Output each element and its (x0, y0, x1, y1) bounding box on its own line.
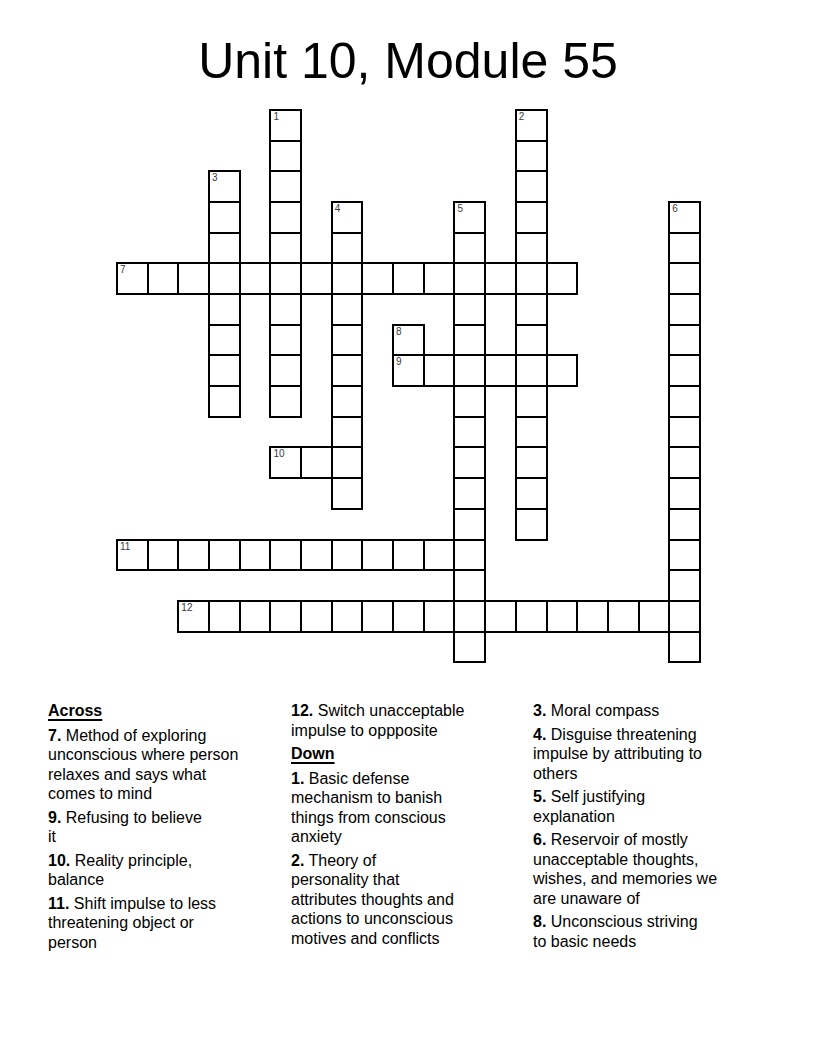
grid-cell[interactable] (423, 600, 456, 633)
grid-cell[interactable] (453, 385, 486, 418)
page-title: Unit 10, Module 55 (0, 34, 816, 89)
grid-cell[interactable] (361, 600, 394, 633)
grid-cell[interactable] (515, 477, 548, 510)
grid-cell[interactable] (331, 477, 364, 510)
grid-cell[interactable] (515, 354, 548, 387)
grid-cell[interactable] (331, 600, 364, 633)
clue-text: Disguise threatening impulse by attribut… (533, 726, 702, 782)
cell-number: 1 (273, 111, 279, 122)
grid-cell[interactable] (208, 262, 241, 295)
grid-cell[interactable] (361, 539, 394, 572)
clue-text: Unconscious striving to basic needs (533, 913, 698, 950)
grid-cell[interactable] (668, 232, 701, 265)
grid-cell[interactable] (208, 324, 241, 357)
grid-cell[interactable]: 2 (515, 109, 548, 142)
grid-cell[interactable] (208, 600, 241, 633)
grid-cell[interactable] (453, 477, 486, 510)
grid-cell[interactable] (331, 293, 364, 326)
grid-cell[interactable] (300, 262, 333, 295)
grid-cell[interactable] (515, 201, 548, 234)
clue-number: 1. (291, 770, 304, 787)
grid-cell[interactable] (453, 539, 486, 572)
grid-cell[interactable] (208, 539, 241, 572)
grid-cell[interactable]: 8 (392, 324, 425, 357)
cell-number: 3 (212, 172, 218, 183)
grid-cell[interactable] (668, 293, 701, 326)
grid-cell[interactable] (484, 600, 517, 633)
grid-cell[interactable] (300, 446, 333, 479)
grid-cell[interactable] (453, 569, 486, 602)
grid-cell[interactable] (546, 262, 579, 295)
grid-cell[interactable] (208, 354, 241, 387)
clue-across-9: 9. Refusing to believe it (48, 808, 290, 847)
grid-cell[interactable] (515, 232, 548, 265)
grid-cell[interactable] (269, 385, 302, 418)
grid-cell[interactable]: 11 (116, 539, 149, 572)
clue-number: 4. (533, 726, 546, 743)
grid-cell[interactable] (147, 262, 180, 295)
clue-number: 12. (291, 702, 313, 719)
grid-cell[interactable] (453, 416, 486, 449)
clue-number: 6. (533, 831, 546, 848)
clue-text: Basic defense mechanism to banish things… (291, 770, 446, 846)
cell-number: 6 (672, 203, 678, 214)
across-heading: Across (48, 701, 290, 721)
clues-column-3: 3. Moral compass4. Disguise threatening … (533, 701, 785, 955)
grid-cell[interactable] (423, 539, 456, 572)
grid-cell[interactable] (668, 324, 701, 357)
grid-cell[interactable] (300, 600, 333, 633)
grid-cell[interactable] (515, 446, 548, 479)
clue-text: Theory of personality that attributes th… (291, 852, 454, 947)
clues-column-2: 12. Switch unacceptable impulse to opppo… (291, 701, 527, 952)
grid-cell[interactable] (269, 201, 302, 234)
grid-cell[interactable] (515, 293, 548, 326)
grid-cell[interactable] (208, 232, 241, 265)
grid-cell[interactable]: 9 (392, 354, 425, 387)
grid-cell[interactable] (392, 539, 425, 572)
clue-across-11: 11. Shift impulse to less threatening ob… (48, 894, 290, 953)
clue-text: Switch unacceptable impulse to oppposite (291, 702, 464, 739)
clue-down-4: 4. Disguise threatening impulse by attri… (533, 725, 785, 784)
grid-cell[interactable] (668, 416, 701, 449)
grid-cell[interactable] (269, 170, 302, 203)
grid-cell[interactable]: 7 (116, 262, 149, 295)
worksheet-page: Unit 10, Module 55 123456789101112 Acros… (0, 0, 816, 1056)
grid-cell[interactable] (576, 600, 609, 633)
grid-cell[interactable] (177, 539, 210, 572)
grid-cell[interactable]: 3 (208, 170, 241, 203)
clue-number: 5. (533, 788, 546, 805)
grid-cell[interactable]: 6 (668, 201, 701, 234)
clue-text: Shift impulse to less threatening object… (48, 895, 216, 951)
grid-cell[interactable] (668, 539, 701, 572)
grid-cell[interactable] (331, 354, 364, 387)
grid-cell[interactable] (546, 600, 579, 633)
clue-across-7: 7. Method of exploring unconscious where… (48, 726, 290, 804)
grid-cell[interactable] (147, 539, 180, 572)
grid-cell[interactable] (453, 446, 486, 479)
grid-cell[interactable] (208, 385, 241, 418)
clue-text: Refusing to believe it (48, 809, 202, 846)
grid-cell[interactable] (546, 354, 579, 387)
grid-cell[interactable]: 4 (331, 201, 364, 234)
grid-cell[interactable] (269, 140, 302, 173)
grid-cell[interactable] (269, 539, 302, 572)
grid-cell[interactable] (331, 324, 364, 357)
clue-text: Reality principle, balance (48, 852, 192, 889)
clue-number: 3. (533, 702, 546, 719)
clue-number: 11. (48, 895, 69, 912)
grid-cell[interactable] (300, 539, 333, 572)
grid-cell[interactable] (331, 262, 364, 295)
grid-cell[interactable] (453, 232, 486, 265)
clue-down-1: 1. Basic defense mechanism to banish thi… (291, 769, 527, 847)
clue-number: 9. (48, 809, 61, 826)
grid-cell[interactable] (269, 293, 302, 326)
clue-number: 7. (48, 727, 61, 744)
cell-number: 9 (396, 356, 402, 367)
grid-cell[interactable] (361, 262, 394, 295)
grid-cell[interactable] (239, 262, 272, 295)
grid-cell[interactable] (392, 262, 425, 295)
grid-cell[interactable] (208, 293, 241, 326)
grid-cell[interactable] (515, 508, 548, 541)
grid-cell[interactable]: 5 (453, 201, 486, 234)
clue-down-6: 6. Reservoir of mostly unacceptable thou… (533, 830, 785, 908)
grid-cell[interactable] (638, 600, 671, 633)
grid-cell[interactable] (668, 569, 701, 602)
grid-cell[interactable] (423, 354, 456, 387)
cell-number: 2 (519, 111, 525, 122)
grid-cell[interactable] (607, 600, 640, 633)
clue-down-3: 3. Moral compass (533, 701, 785, 721)
grid-cell[interactable] (453, 508, 486, 541)
grid-cell[interactable] (668, 600, 701, 633)
cell-number: 8 (396, 326, 402, 337)
clue-text: Moral compass (551, 702, 659, 719)
grid-cell[interactable] (269, 324, 302, 357)
clue-text: Reservoir of mostly unacceptable thought… (533, 831, 717, 907)
cell-number: 11 (120, 541, 130, 552)
clue-number: 8. (533, 913, 546, 930)
grid-cell[interactable]: 1 (269, 109, 302, 142)
cell-number: 12 (181, 602, 192, 613)
grid-cell[interactable] (331, 232, 364, 265)
grid-cell[interactable] (453, 262, 486, 295)
grid-cell[interactable] (515, 416, 548, 449)
grid-cell[interactable] (331, 539, 364, 572)
grid-cell[interactable] (423, 262, 456, 295)
grid-cell[interactable] (515, 140, 548, 173)
grid-cell[interactable] (453, 293, 486, 326)
grid-cell[interactable] (515, 170, 548, 203)
grid-cell[interactable] (269, 232, 302, 265)
grid-cell[interactable] (668, 631, 701, 664)
grid-cell[interactable]: 12 (177, 600, 210, 633)
clue-number: 10. (48, 852, 70, 869)
clue-across-12: 12. Switch unacceptable impulse to opppo… (291, 701, 527, 740)
grid-cell[interactable] (269, 354, 302, 387)
clue-number: 2. (291, 852, 304, 869)
grid-cell[interactable] (515, 600, 548, 633)
grid-cell[interactable] (484, 262, 517, 295)
grid-cell[interactable] (331, 416, 364, 449)
grid-cell[interactable] (668, 385, 701, 418)
cell-number: 4 (335, 203, 341, 214)
clue-down-2: 2. Theory of personality that attributes… (291, 851, 527, 949)
clues-column-1: Across7. Method of exploring unconscious… (48, 701, 290, 956)
grid-cell[interactable]: 10 (269, 446, 302, 479)
grid-cell[interactable] (177, 262, 210, 295)
clue-text: Self justifying explanation (533, 788, 645, 825)
grid-cell[interactable] (668, 477, 701, 510)
crossword-grid: 123456789101112 (116, 109, 701, 663)
down-heading: Down (291, 744, 527, 764)
clue-down-5: 5. Self justifying explanation (533, 787, 785, 826)
grid-cell[interactable] (453, 324, 486, 357)
grid-cell[interactable] (484, 354, 517, 387)
grid-cell[interactable] (331, 385, 364, 418)
grid-cell[interactable] (392, 600, 425, 633)
grid-cell[interactable] (668, 508, 701, 541)
grid-cell[interactable] (515, 385, 548, 418)
clue-across-10: 10. Reality principle, balance (48, 851, 290, 890)
grid-cell[interactable] (208, 201, 241, 234)
grid-cell[interactable] (453, 631, 486, 664)
grid-cell[interactable] (515, 262, 548, 295)
grid-cell[interactable] (239, 539, 272, 572)
clue-down-8: 8. Unconscious striving to basic needs (533, 912, 785, 951)
grid-cell[interactable] (331, 446, 364, 479)
grid-cell[interactable] (269, 600, 302, 633)
cell-number: 7 (120, 264, 126, 275)
cell-number: 10 (273, 448, 284, 459)
grid-cell[interactable] (515, 324, 548, 357)
grid-cell[interactable] (239, 600, 272, 633)
grid-cell[interactable] (453, 600, 486, 633)
clue-text: Method of exploring unconscious where pe… (48, 727, 238, 803)
grid-cell[interactable] (453, 354, 486, 387)
grid-cell[interactable] (269, 262, 302, 295)
grid-cell[interactable] (668, 262, 701, 295)
grid-cell[interactable] (668, 446, 701, 479)
cell-number: 5 (457, 203, 463, 214)
grid-cell[interactable] (668, 354, 701, 387)
